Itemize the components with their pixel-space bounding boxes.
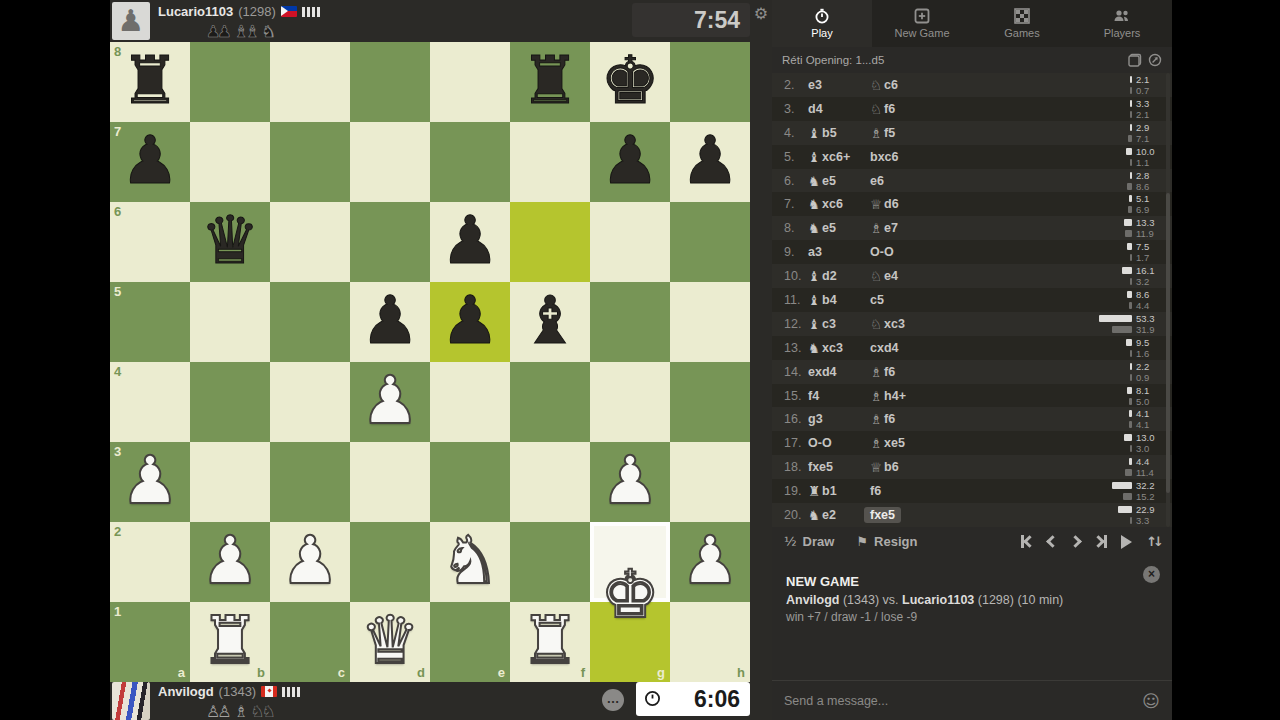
checkerboard-icon	[1014, 8, 1030, 24]
white-move-19[interactable]: ♜b1	[808, 483, 870, 499]
move-times: 3.32.1	[1044, 98, 1172, 119]
move-row-15: 15.f4♗h4+8.15.0	[772, 384, 1172, 408]
chat-input[interactable]	[784, 694, 1134, 708]
resign-button[interactable]: ⚑ Resign	[856, 534, 917, 549]
piece-letter-icon: ♞	[808, 507, 820, 523]
top-player-avatar[interactable]: ♟	[112, 2, 150, 40]
move-times: 8.15.0	[1044, 385, 1172, 406]
side-panel: Play New Game Games Players Réti Opening…	[772, 0, 1172, 720]
move-number: 2.	[784, 78, 808, 92]
move-times: 2.97.1	[1044, 122, 1172, 143]
square-a7[interactable]: 7	[110, 122, 190, 202]
piece-letter-icon: ♕	[870, 196, 882, 212]
white-move-13[interactable]: ♞xc3	[808, 340, 870, 356]
piece-letter-icon: ♘	[870, 77, 882, 93]
square-e4[interactable]	[430, 362, 510, 442]
square-h5[interactable]	[670, 282, 750, 362]
square-c1[interactable]: c	[270, 602, 350, 682]
file-label-d: d	[417, 665, 425, 680]
black-move-3[interactable]: ♘f6	[870, 101, 1030, 117]
square-e8[interactable]	[430, 42, 510, 122]
black-move-15[interactable]: ♗h4+	[870, 388, 1030, 404]
square-d4[interactable]	[350, 362, 430, 442]
move-row-4: 4.♝b5♗f52.97.1	[772, 121, 1172, 145]
rank-label-7: 7	[114, 124, 121, 139]
black-move-8[interactable]: ♗e7	[870, 220, 1030, 236]
move-number: 9.	[784, 245, 808, 259]
move-row-8: 8.♞e5♗e713.311.9	[772, 216, 1172, 240]
white-move-15[interactable]: f4	[808, 389, 870, 403]
square-a2[interactable]: 2	[110, 522, 190, 602]
piece-letter-icon: ♗	[870, 220, 882, 236]
black-move-19[interactable]: f6	[870, 484, 1030, 498]
piece-letter-icon: ♗	[870, 364, 882, 380]
black-move-14[interactable]: ♗f6	[870, 364, 1030, 380]
move-row-14: 14.exd4♗f62.20.9	[772, 360, 1172, 384]
move-number: 3.	[784, 102, 808, 116]
black-move-18[interactable]: ♕b6	[870, 459, 1030, 475]
square-b1[interactable]: b	[190, 602, 270, 682]
square-g4[interactable]	[590, 362, 670, 442]
square-h6[interactable]	[670, 202, 750, 282]
game-area: ♟ Lucario1103 (1298) ♟♟ ♝♝ ♞ 7:54 ⚙ 8765…	[110, 0, 772, 720]
move-times: 22.93.3	[1044, 504, 1172, 525]
square-e7[interactable]	[430, 122, 510, 202]
square-b2[interactable]	[190, 522, 270, 602]
piece-letter-icon: ♞	[808, 220, 820, 236]
square-b8[interactable]	[190, 42, 270, 122]
stopwatch-icon	[814, 8, 830, 24]
move-times: 2.88.6	[1044, 170, 1172, 191]
black-move-11[interactable]: c5	[870, 293, 1030, 307]
white-move-4[interactable]: ♝b5	[808, 125, 870, 141]
black-move-6[interactable]: e6	[870, 174, 1030, 188]
file-label-a: a	[178, 665, 185, 680]
flip-board-button[interactable]: ↑↓	[1146, 534, 1160, 549]
square-c4[interactable]	[270, 362, 350, 442]
square-b7[interactable]	[190, 122, 270, 202]
top-player-bar: ♟ Lucario1103 (1298) ♟♟ ♝♝ ♞ 7:54	[110, 0, 772, 42]
bottom-player-bar: Anvilogd (1343) ♙♙ ♗ ♘♘ … 6:06	[110, 680, 772, 720]
square-e3[interactable]	[430, 442, 510, 522]
square-a8[interactable]: 8	[110, 42, 190, 122]
move-row-3: 3.d4♘f63.32.1	[772, 97, 1172, 121]
rank-label-3: 3	[114, 444, 121, 459]
square-f4[interactable]	[510, 362, 590, 442]
move-row-12: 12.♝c3♘xc353.331.9	[772, 312, 1172, 336]
square-c3[interactable]	[270, 442, 350, 522]
black-move-10[interactable]: ♘e4	[870, 268, 1030, 284]
chess-board[interactable]: 87654321abcdefgh	[110, 42, 750, 682]
white-move-6[interactable]: ♞e5	[808, 173, 870, 189]
move-number: 7.	[784, 197, 808, 211]
rank-label-2: 2	[114, 524, 121, 539]
square-e1[interactable]: e	[430, 602, 510, 682]
white-clock-time: 6:06	[694, 686, 740, 712]
piece-letter-icon: ♝	[808, 316, 820, 332]
move-number: 8.	[784, 221, 808, 235]
black-move-16[interactable]: ♗f6	[870, 411, 1030, 427]
explorer-icon[interactable]	[1148, 53, 1162, 67]
square-a6[interactable]: 6	[110, 202, 190, 282]
piece-letter-icon: ♘	[870, 316, 882, 332]
piece-letter-icon: ♝	[808, 125, 820, 141]
chat-bar: ☺	[772, 680, 1172, 720]
next-move-button[interactable]	[1069, 535, 1082, 548]
move-times: 2.20.9	[1044, 361, 1172, 382]
file-label-g: g	[657, 665, 665, 680]
philippines-flag-icon	[281, 6, 297, 17]
piece-letter-icon: ♞	[808, 340, 820, 356]
rank-label-1: 1	[114, 604, 121, 619]
square-a4[interactable]: 4	[110, 362, 190, 442]
white-move-7[interactable]: ♞xc6	[808, 196, 870, 212]
new-game-title: NEW GAME	[786, 574, 1158, 589]
move-times: 5.16.9	[1044, 194, 1172, 215]
app-window: ♟ Lucario1103 (1298) ♟♟ ♝♝ ♞ 7:54 ⚙ 8765…	[0, 0, 1280, 720]
move-number: 15.	[784, 389, 808, 403]
connection-bars-icon	[282, 687, 300, 697]
bottom-player-name[interactable]: Anvilogd	[158, 684, 214, 699]
rank-label-5: 5	[114, 284, 121, 299]
square-d1[interactable]: d	[350, 602, 430, 682]
white-move-14[interactable]: exd4	[808, 365, 870, 379]
white-move-16[interactable]: g3	[808, 412, 870, 426]
square-f5[interactable]	[510, 282, 590, 362]
previous-move-button[interactable]	[1046, 535, 1059, 548]
square-g1[interactable]: g	[590, 602, 670, 682]
square-b5[interactable]	[190, 282, 270, 362]
black-move-17[interactable]: ♗xe5	[870, 435, 1030, 451]
move-row-10: 10.♝d2♘e416.13.2	[772, 264, 1172, 288]
piece-letter-icon: ♝	[808, 292, 820, 308]
piece-letter-icon: ♕	[870, 459, 882, 475]
move-times: 32.215.2	[1044, 481, 1172, 502]
move-times: 7.51.7	[1044, 242, 1172, 263]
square-f3[interactable]	[510, 442, 590, 522]
piece-letter-icon: ♗	[870, 411, 882, 427]
square-f6[interactable]	[510, 202, 590, 282]
move-row-16: 16.g3♗f64.14.1	[772, 407, 1172, 431]
draw-button[interactable]: ½ Draw	[784, 534, 834, 549]
close-icon[interactable]: ×	[1143, 566, 1160, 583]
black-move-13[interactable]: cxd4	[870, 341, 1030, 355]
square-b3[interactable]	[190, 442, 270, 522]
square-d3[interactable]	[350, 442, 430, 522]
half-icon: ½	[784, 534, 797, 549]
move-number: 11.	[784, 293, 808, 307]
square-h7[interactable]	[670, 122, 750, 202]
move-list: 2.e3♘c62.10.73.d4♘f63.32.14.♝b5♗f52.97.1…	[772, 73, 1172, 527]
square-g3[interactable]	[590, 442, 670, 522]
move-number: 10.	[784, 269, 808, 283]
square-e2[interactable]	[430, 522, 510, 602]
square-h4[interactable]	[670, 362, 750, 442]
move-row-2: 2.e3♘c62.10.7	[772, 73, 1172, 97]
black-move-20[interactable]: fxe5	[870, 507, 1030, 523]
white-move-2[interactable]: e3	[808, 78, 870, 92]
canada-flag-icon	[261, 686, 277, 697]
black-move-7[interactable]: ♕d6	[870, 196, 1030, 212]
move-row-19: 19.♜b1f632.215.2	[772, 479, 1172, 503]
move-row-20: 20.♞e2fxe522.93.3	[772, 503, 1172, 527]
new-game-matchup: Anvilogd (1343) vs. Lucario1103 (1298) (…	[786, 593, 1158, 607]
move-times: 9.51.6	[1044, 337, 1172, 358]
file-label-b: b	[257, 665, 265, 680]
tab-new-game[interactable]: New Game	[872, 0, 972, 47]
move-list-scrollbar[interactable]	[1166, 73, 1170, 527]
go-to-end-button[interactable]	[1094, 535, 1107, 548]
move-times: 2.10.7	[1044, 74, 1172, 95]
move-number: 6.	[784, 174, 808, 188]
square-a3[interactable]: 3	[110, 442, 190, 522]
move-times: 10.01.1	[1044, 146, 1172, 167]
square-f8[interactable]	[510, 42, 590, 122]
square-c2[interactable]	[270, 522, 350, 602]
rating-odds: win +7 / draw -1 / lose -9	[786, 610, 1158, 624]
top-player-rating: (1298)	[238, 4, 276, 19]
rank-label-6: 6	[114, 204, 121, 219]
connection-bars-icon	[302, 7, 320, 17]
settings-gear-icon[interactable]: ⚙	[754, 4, 768, 23]
file-label-c: c	[338, 665, 345, 680]
square-b6[interactable]	[190, 202, 270, 282]
square-c5[interactable]	[270, 282, 350, 362]
autoplay-button[interactable]	[1121, 535, 1132, 549]
file-label-f: f	[581, 665, 585, 680]
resign-flag-icon: ⚑	[856, 534, 868, 549]
move-number: 5.	[784, 150, 808, 164]
square-g7[interactable]	[590, 122, 670, 202]
chat-bubble-icon[interactable]: …	[602, 689, 624, 711]
white-move-3[interactable]: d4	[808, 102, 870, 116]
new-game-challenge: × NEW GAME Anvilogd (1343) vs. Lucario11…	[772, 560, 1172, 624]
white-move-10[interactable]: ♝d2	[808, 268, 870, 284]
black-clock: 7:54	[632, 3, 750, 37]
move-times: 13.03.0	[1044, 433, 1172, 454]
move-row-6: 6.♞e5e62.88.6	[772, 169, 1172, 193]
piece-letter-icon: ♗	[870, 125, 882, 141]
move-number: 16.	[784, 412, 808, 426]
game-controls: ½ Draw ⚑ Resign ↑↓	[772, 527, 1172, 556]
move-row-18: 18.fxe5♕b64.411.4	[772, 455, 1172, 479]
square-h3[interactable]	[670, 442, 750, 522]
square-c7[interactable]	[270, 122, 350, 202]
bottom-player-avatar[interactable]	[112, 682, 150, 720]
white-move-18[interactable]: fxe5	[808, 460, 870, 474]
clock-icon	[644, 690, 661, 707]
move-row-13: 13.♞xc3cxd49.51.6	[772, 336, 1172, 360]
white-move-12[interactable]: ♝c3	[808, 316, 870, 332]
tab-bar: Play New Game Games Players	[772, 0, 1172, 47]
white-move-8[interactable]: ♞e5	[808, 220, 870, 236]
move-times: 13.311.9	[1044, 218, 1172, 239]
top-player-name[interactable]: Lucario1103	[158, 4, 233, 19]
square-d2[interactable]	[350, 522, 430, 602]
bottom-player-rating: (1343)	[219, 684, 257, 699]
bottom-captured-pieces: ♙♙ ♗ ♘♘	[206, 702, 273, 720]
move-times: 53.331.9	[1044, 313, 1172, 334]
tab-games[interactable]: Games	[972, 0, 1072, 47]
players-icon	[1113, 8, 1131, 24]
move-times: 16.13.2	[1044, 266, 1172, 287]
white-move-9[interactable]: a3	[808, 245, 870, 259]
square-c8[interactable]	[270, 42, 350, 122]
plus-square-icon	[914, 8, 930, 24]
square-b4[interactable]	[190, 362, 270, 442]
opening-name[interactable]: Réti Opening: 1...d5	[782, 54, 884, 66]
square-d7[interactable]	[350, 122, 430, 202]
move-number: 13.	[784, 341, 808, 355]
move-number: 4.	[784, 126, 808, 140]
move-number: 18.	[784, 460, 808, 474]
square-e6[interactable]	[430, 202, 510, 282]
square-d8[interactable]	[350, 42, 430, 122]
square-g2[interactable]	[590, 522, 670, 602]
square-g6[interactable]	[590, 202, 670, 282]
white-move-11[interactable]: ♝b4	[808, 292, 870, 308]
square-a1[interactable]: 1a	[110, 602, 190, 682]
rank-label-8: 8	[114, 44, 121, 59]
file-label-e: e	[498, 665, 505, 680]
move-row-11: 11.♝b4c58.64.4	[772, 288, 1172, 312]
smiley-icon[interactable]: ☺	[1142, 691, 1160, 711]
opening-row: Réti Opening: 1...d5	[772, 47, 1172, 73]
piece-letter-icon: ♝	[808, 149, 820, 165]
black-move-12[interactable]: ♘xc3	[870, 316, 1030, 332]
piece-letter-icon: ♞	[808, 196, 820, 212]
piece-letter-icon: ♞	[808, 173, 820, 189]
move-times: 4.411.4	[1044, 457, 1172, 478]
square-c6[interactable]	[270, 202, 350, 282]
square-h2[interactable]	[670, 522, 750, 602]
square-f2[interactable]	[510, 522, 590, 602]
square-g8[interactable]	[590, 42, 670, 122]
square-e5[interactable]	[430, 282, 510, 362]
move-number: 14.	[784, 365, 808, 379]
opening-book-icon[interactable]	[1128, 53, 1142, 67]
square-f7[interactable]	[510, 122, 590, 202]
move-row-9: 9.a3O-O7.51.7	[772, 240, 1172, 264]
piece-letter-icon: ♜	[808, 483, 820, 499]
square-h1[interactable]: h	[670, 602, 750, 682]
square-d5[interactable]	[350, 282, 430, 362]
square-h8[interactable]	[670, 42, 750, 122]
tab-play[interactable]: Play	[772, 0, 872, 47]
tab-players[interactable]: Players	[1072, 0, 1172, 47]
piece-letter-icon: ♘	[870, 101, 882, 117]
square-f1[interactable]: f	[510, 602, 590, 682]
black-move-5[interactable]: bxc6	[870, 150, 1030, 164]
piece-letter-icon: ♘	[870, 268, 882, 284]
top-captured-pieces: ♟♟ ♝♝ ♞	[206, 22, 273, 41]
go-to-start-button[interactable]	[1021, 535, 1034, 548]
rank-label-4: 4	[114, 364, 121, 379]
file-label-h: h	[737, 665, 745, 680]
move-times: 4.14.1	[1044, 409, 1172, 430]
black-move-2[interactable]: ♘c6	[870, 77, 1030, 93]
move-number: 20.	[784, 508, 808, 522]
white-move-20[interactable]: ♞e2	[808, 507, 870, 523]
black-move-4[interactable]: ♗f5	[870, 125, 1030, 141]
black-move-9[interactable]: O-O	[870, 245, 1030, 259]
square-d6[interactable]	[350, 202, 430, 282]
move-row-17: 17.O-O♗xe513.03.0	[772, 431, 1172, 455]
move-number: 12.	[784, 317, 808, 331]
move-row-5: 5.♝xc6+bxc610.01.1	[772, 145, 1172, 169]
piece-letter-icon: ♗	[870, 435, 882, 451]
move-times: 8.64.4	[1044, 289, 1172, 310]
white-clock: 6:06	[636, 682, 750, 716]
move-number: 19.	[784, 484, 808, 498]
square-a5[interactable]: 5	[110, 282, 190, 362]
white-move-17[interactable]: O-O	[808, 436, 870, 450]
white-move-5[interactable]: ♝xc6+	[808, 149, 870, 165]
move-row-7: 7.♞xc6♕d65.16.9	[772, 192, 1172, 216]
square-g5[interactable]	[590, 282, 670, 362]
move-number: 17.	[784, 436, 808, 450]
piece-letter-icon: ♝	[808, 268, 820, 284]
piece-letter-icon: ♗	[870, 388, 882, 404]
